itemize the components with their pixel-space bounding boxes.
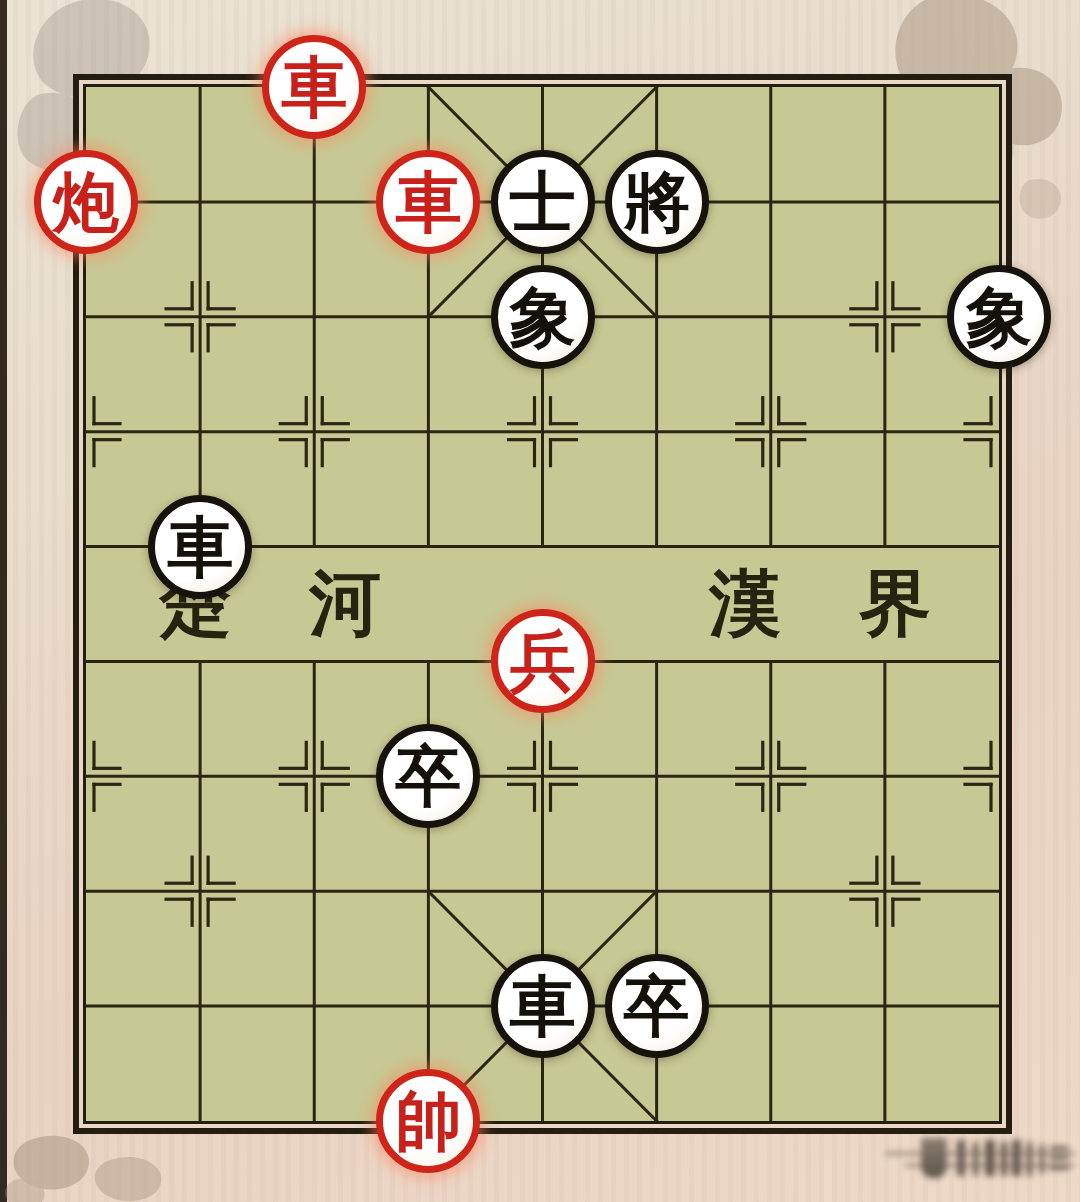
watermark-smudge [885,1130,1080,1188]
piece-red-general[interactable]: 帥 [376,1069,480,1173]
piece-glyph: 卒 [395,743,461,809]
piece-glyph: 帥 [395,1088,461,1154]
piece-black-elephant[interactable]: 象 [947,265,1051,369]
piece-black-elephant[interactable]: 象 [491,265,595,369]
piece-glyph: 將 [624,169,690,235]
piece-glyph: 車 [167,514,233,580]
piece-glyph: 車 [281,54,347,120]
piece-glyph: 象 [510,284,576,350]
river-label-jie: 界 [858,560,931,645]
piece-black-general[interactable]: 將 [605,150,709,254]
river-label-he: 河 [308,560,381,645]
piece-black-advisor[interactable]: 士 [491,150,595,254]
river-label-han: 漢 [708,560,781,645]
piece-black-chariot[interactable]: 車 [148,495,252,599]
page-root: { "game": "xiangqi", "position": "2R6/C2… [0,0,1080,1202]
piece-red-chariot[interactable]: 車 [262,35,366,139]
piece-black-chariot[interactable]: 車 [491,954,595,1058]
piece-glyph: 卒 [624,973,690,1039]
piece-red-chariot[interactable]: 車 [376,150,480,254]
piece-glyph: 兵 [510,628,576,694]
piece-glyph: 車 [510,973,576,1039]
piece-black-pawn[interactable]: 卒 [605,954,709,1058]
piece-red-cannon[interactable]: 炮 [34,150,138,254]
piece-glyph: 車 [395,169,461,235]
piece-black-pawn[interactable]: 卒 [376,724,480,828]
piece-glyph: 象 [966,284,1032,350]
left-edge-strip [0,0,7,1202]
piece-glyph: 士 [510,169,576,235]
piece-glyph: 炮 [53,169,119,235]
piece-red-pawn[interactable]: 兵 [491,609,595,713]
